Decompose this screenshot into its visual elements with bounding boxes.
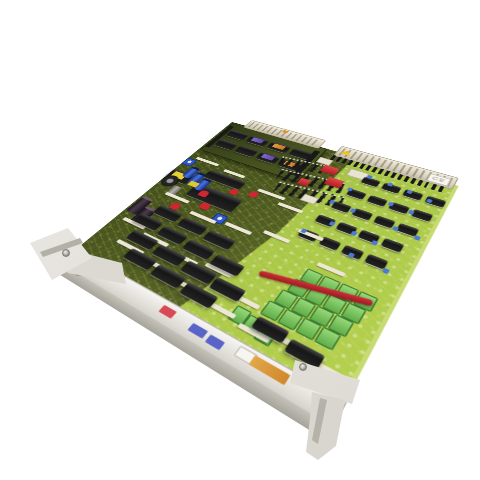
daughterboard-ic	[226, 130, 249, 141]
sip-socket	[263, 230, 291, 243]
pcb-board: CE	[73, 122, 458, 405]
sip-socket	[277, 202, 303, 213]
lever-hinge-pin	[299, 363, 307, 371]
capacitor-ceramic-blue	[350, 231, 357, 236]
sip-socket	[195, 157, 219, 166]
sip-socket	[224, 222, 252, 235]
daughterboard-ic	[234, 145, 258, 157]
capacitor-ceramic-blue	[414, 235, 421, 241]
capacitor-tantalum-red	[248, 191, 260, 198]
capacitor-ceramic-blue	[371, 240, 378, 246]
daughterboard-ic	[214, 139, 238, 150]
ic-dip14	[133, 213, 163, 231]
ic-dip8	[381, 238, 405, 253]
lever-hinge-pin	[62, 249, 70, 257]
trimmer-blue	[181, 158, 197, 167]
ic-dip8	[373, 215, 395, 228]
relay-red	[320, 165, 340, 176]
ic-dip8	[367, 195, 388, 207]
product-photo-stage: CE	[0, 0, 480, 480]
orange-mark	[282, 130, 289, 133]
capacitor-ceramic-blue	[382, 268, 390, 274]
